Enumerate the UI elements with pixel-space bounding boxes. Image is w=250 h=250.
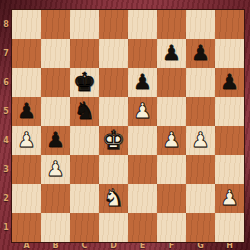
square-f4[interactable]: ♟ xyxy=(157,126,186,155)
square-d4[interactable]: ♚ xyxy=(99,126,128,155)
square-a3[interactable] xyxy=(12,155,41,184)
square-f7[interactable]: ♟ xyxy=(157,39,186,68)
square-c3[interactable] xyxy=(70,155,99,184)
file-label-h: H xyxy=(215,241,244,250)
square-h6[interactable]: ♟ xyxy=(215,68,244,97)
square-c6[interactable]: ♚ xyxy=(70,68,99,97)
square-b4[interactable]: ♟ xyxy=(41,126,70,155)
square-h2[interactable]: ♟ xyxy=(215,184,244,213)
piece-black-pawn: ♟ xyxy=(133,68,152,97)
rank-label-1: 1 xyxy=(0,213,12,242)
file-label-c: C xyxy=(70,241,99,250)
file-label-f: F xyxy=(157,241,186,250)
rank-label-7: 7 xyxy=(0,39,12,68)
square-g4[interactable]: ♟ xyxy=(186,126,215,155)
file-label-b: B xyxy=(41,241,70,250)
square-d8[interactable] xyxy=(99,10,128,39)
piece-black-pawn: ♟ xyxy=(46,126,65,155)
square-e3[interactable] xyxy=(128,155,157,184)
square-a7[interactable] xyxy=(12,39,41,68)
piece-white-pawn: ♟ xyxy=(162,126,181,155)
file-labels: ABCDEFGH xyxy=(12,242,244,250)
chess-board: ♟♟♚♟♟♟♞♟♟♟♚♟♟♟♞♟ xyxy=(12,10,244,242)
square-e7[interactable] xyxy=(128,39,157,68)
piece-black-pawn: ♟ xyxy=(191,39,210,68)
square-d1[interactable] xyxy=(99,213,128,242)
piece-white-pawn: ♟ xyxy=(17,126,36,155)
square-d2[interactable]: ♞ xyxy=(99,184,128,213)
piece-black-knight: ♞ xyxy=(74,97,96,126)
piece-black-pawn: ♟ xyxy=(220,68,239,97)
file-label-g: G xyxy=(186,241,215,250)
rank-label-6: 6 xyxy=(0,68,12,97)
square-g8[interactable] xyxy=(186,10,215,39)
square-e4[interactable] xyxy=(128,126,157,155)
file-label-e: E xyxy=(128,241,157,250)
square-g7[interactable]: ♟ xyxy=(186,39,215,68)
square-f8[interactable] xyxy=(157,10,186,39)
square-d6[interactable] xyxy=(99,68,128,97)
square-a4[interactable]: ♟ xyxy=(12,126,41,155)
rank-label-5: 5 xyxy=(0,97,12,126)
rank-label-2: 2 xyxy=(0,184,12,213)
square-b8[interactable] xyxy=(41,10,70,39)
square-e2[interactable] xyxy=(128,184,157,213)
square-f6[interactable] xyxy=(157,68,186,97)
square-b6[interactable] xyxy=(41,68,70,97)
square-c2[interactable] xyxy=(70,184,99,213)
square-h5[interactable] xyxy=(215,97,244,126)
square-g2[interactable] xyxy=(186,184,215,213)
square-a5[interactable]: ♟ xyxy=(12,97,41,126)
square-b1[interactable] xyxy=(41,213,70,242)
piece-white-pawn: ♟ xyxy=(220,184,239,213)
square-a8[interactable] xyxy=(12,10,41,39)
square-c1[interactable] xyxy=(70,213,99,242)
square-c8[interactable] xyxy=(70,10,99,39)
square-e8[interactable] xyxy=(128,10,157,39)
square-b7[interactable] xyxy=(41,39,70,68)
square-h7[interactable] xyxy=(215,39,244,68)
square-h3[interactable] xyxy=(215,155,244,184)
square-g3[interactable] xyxy=(186,155,215,184)
square-c7[interactable] xyxy=(70,39,99,68)
piece-white-pawn: ♟ xyxy=(191,126,210,155)
square-e1[interactable] xyxy=(128,213,157,242)
square-d3[interactable] xyxy=(99,155,128,184)
square-c5[interactable]: ♞ xyxy=(70,97,99,126)
piece-black-pawn: ♟ xyxy=(17,97,36,126)
square-e5[interactable]: ♟ xyxy=(128,97,157,126)
square-g1[interactable] xyxy=(186,213,215,242)
rank-label-3: 3 xyxy=(0,155,12,184)
square-a2[interactable] xyxy=(12,184,41,213)
square-h8[interactable] xyxy=(215,10,244,39)
square-b2[interactable] xyxy=(41,184,70,213)
square-a1[interactable] xyxy=(12,213,41,242)
square-b5[interactable] xyxy=(41,97,70,126)
file-label-a: A xyxy=(12,241,41,250)
square-d5[interactable] xyxy=(99,97,128,126)
square-c4[interactable] xyxy=(70,126,99,155)
square-e6[interactable]: ♟ xyxy=(128,68,157,97)
rank-label-4: 4 xyxy=(0,126,12,155)
square-b3[interactable]: ♟ xyxy=(41,155,70,184)
rank-label-8: 8 xyxy=(0,10,12,39)
square-f3[interactable] xyxy=(157,155,186,184)
square-g5[interactable] xyxy=(186,97,215,126)
square-g6[interactable] xyxy=(186,68,215,97)
piece-white-pawn: ♟ xyxy=(133,97,152,126)
square-h4[interactable] xyxy=(215,126,244,155)
piece-black-king: ♚ xyxy=(73,68,96,97)
piece-white-pawn: ♟ xyxy=(46,155,65,184)
file-label-d: D xyxy=(99,241,128,250)
square-d7[interactable] xyxy=(99,39,128,68)
square-a6[interactable] xyxy=(12,68,41,97)
piece-black-pawn: ♟ xyxy=(162,39,181,68)
square-f5[interactable] xyxy=(157,97,186,126)
chess-diagram: 87654321 ABCDEFGH ♟♟♚♟♟♟♞♟♟♟♚♟♟♟♞♟ xyxy=(0,0,250,250)
square-f2[interactable] xyxy=(157,184,186,213)
square-f1[interactable] xyxy=(157,213,186,242)
piece-white-king: ♚ xyxy=(102,126,125,155)
square-h1[interactable] xyxy=(215,213,244,242)
rank-labels: 87654321 xyxy=(0,10,12,242)
piece-white-knight: ♞ xyxy=(103,184,125,213)
